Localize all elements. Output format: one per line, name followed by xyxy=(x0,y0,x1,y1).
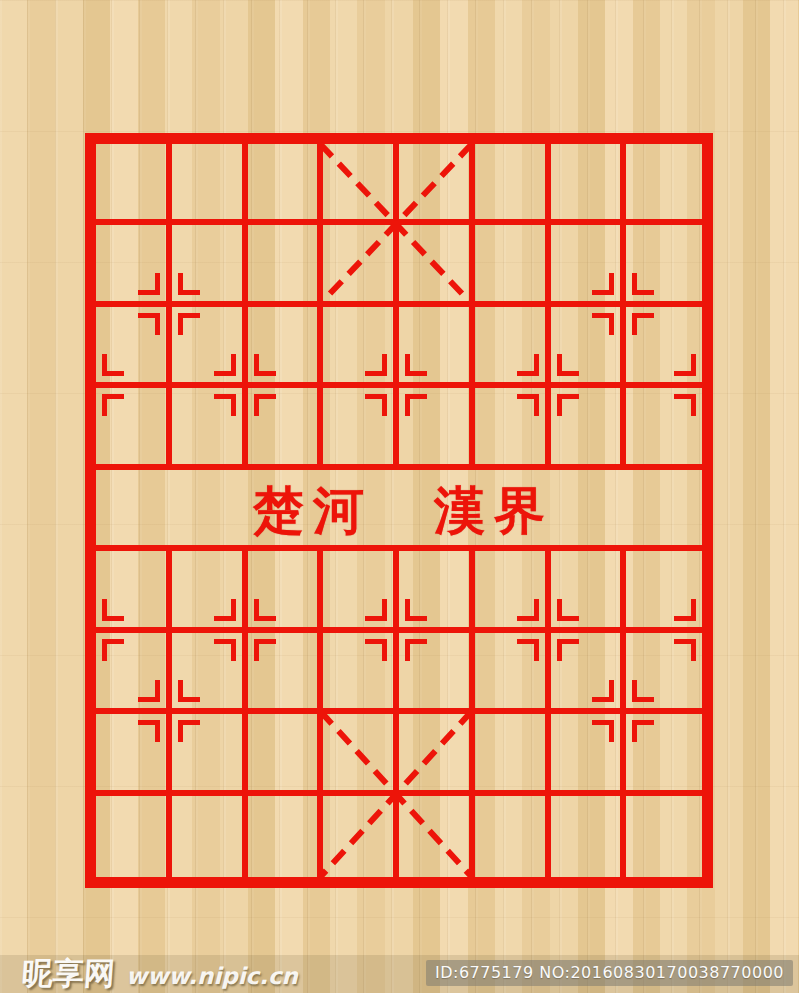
board-cell xyxy=(172,307,248,388)
board-cell xyxy=(323,144,399,225)
board-cell xyxy=(172,714,248,795)
board-cell xyxy=(551,633,627,714)
board-cell xyxy=(172,551,248,632)
board-cell xyxy=(399,144,475,225)
marker-bracket xyxy=(178,680,200,702)
marker-bracket xyxy=(517,354,539,376)
marker-bracket xyxy=(632,680,654,702)
marker-bracket xyxy=(138,680,160,702)
board-cell xyxy=(248,225,324,306)
marker-bracket xyxy=(632,313,654,335)
board-cell xyxy=(323,714,399,795)
marker-bracket xyxy=(557,599,579,621)
image-id-badge: ID:6775179 NO:20160830170038770000 xyxy=(426,960,793,986)
marker-bracket xyxy=(592,680,614,702)
board-cell xyxy=(248,714,324,795)
board-cell xyxy=(475,796,551,877)
marker-bracket xyxy=(102,354,124,376)
marker-bracket xyxy=(365,639,387,661)
marker-bracket xyxy=(178,273,200,295)
board-cell xyxy=(475,225,551,306)
board-cell xyxy=(399,714,475,795)
marker-bracket xyxy=(674,394,696,416)
board-cell xyxy=(551,796,627,877)
xiangqi-board: 楚河 漢界 xyxy=(85,133,713,888)
board-cell xyxy=(172,388,248,469)
marker-bracket xyxy=(178,720,200,742)
marker-bracket xyxy=(138,313,160,335)
board-cell xyxy=(172,796,248,877)
board-cell xyxy=(475,714,551,795)
board-cell xyxy=(323,388,399,469)
site-name: 昵享网 xyxy=(21,958,116,989)
marker-bracket xyxy=(102,639,124,661)
marker-bracket xyxy=(254,394,276,416)
marker-bracket xyxy=(405,639,427,661)
board-cell xyxy=(96,714,172,795)
marker-bracket xyxy=(674,639,696,661)
board-cell xyxy=(626,796,702,877)
board-cell xyxy=(248,388,324,469)
board-cell xyxy=(323,633,399,714)
board-cell xyxy=(323,551,399,632)
board-cell xyxy=(248,633,324,714)
board-cell xyxy=(96,225,172,306)
marker-bracket xyxy=(214,599,236,621)
marker-bracket xyxy=(557,394,579,416)
marker-bracket xyxy=(405,599,427,621)
board-cell xyxy=(399,633,475,714)
marker-bracket xyxy=(592,273,614,295)
board-cell xyxy=(96,796,172,877)
board-cell xyxy=(475,388,551,469)
board-cell xyxy=(399,796,475,877)
river-label-hanjie: 漢界 xyxy=(434,485,554,536)
river-band: 楚河 漢界 xyxy=(96,470,702,551)
marker-bracket xyxy=(138,720,160,742)
marker-bracket xyxy=(557,354,579,376)
board-cell xyxy=(323,307,399,388)
marker-bracket xyxy=(405,394,427,416)
marker-bracket xyxy=(254,354,276,376)
marker-bracket xyxy=(365,599,387,621)
marker-bracket xyxy=(254,599,276,621)
marker-bracket xyxy=(674,599,696,621)
marker-bracket xyxy=(632,720,654,742)
board-cell xyxy=(475,551,551,632)
river-label-chuhe: 楚河 xyxy=(253,485,373,536)
marker-bracket xyxy=(674,354,696,376)
marker-bracket xyxy=(632,273,654,295)
board-cell xyxy=(626,714,702,795)
marker-bracket xyxy=(214,639,236,661)
marker-bracket xyxy=(214,394,236,416)
marker-bracket xyxy=(102,394,124,416)
board-cell xyxy=(96,388,172,469)
board-cell xyxy=(248,144,324,225)
board-cell xyxy=(248,796,324,877)
board-cell xyxy=(626,388,702,469)
marker-bracket xyxy=(517,599,539,621)
board-cell xyxy=(475,307,551,388)
board-cell xyxy=(626,144,702,225)
marker-bracket xyxy=(102,599,124,621)
board-cell xyxy=(399,388,475,469)
marker-bracket xyxy=(365,354,387,376)
site-url: www.nipic.cn xyxy=(126,965,298,988)
board-cell xyxy=(96,633,172,714)
marker-bracket xyxy=(557,639,579,661)
marker-bracket xyxy=(405,354,427,376)
marker-bracket xyxy=(592,720,614,742)
wood-background: 楚河 漢界 昵享网 www.nipic.cn ID:6775179 NO:201… xyxy=(0,0,799,993)
marker-bracket xyxy=(214,354,236,376)
board-cell xyxy=(475,144,551,225)
board-cell xyxy=(551,714,627,795)
marker-bracket xyxy=(517,394,539,416)
board-cell xyxy=(399,225,475,306)
board-cell xyxy=(551,144,627,225)
marker-bracket xyxy=(365,394,387,416)
board-cell xyxy=(551,388,627,469)
board-cell xyxy=(96,144,172,225)
board-cell xyxy=(475,633,551,714)
board-cell xyxy=(323,225,399,306)
marker-bracket xyxy=(517,639,539,661)
marker-bracket xyxy=(178,313,200,335)
marker-bracket xyxy=(138,273,160,295)
board-cell xyxy=(172,144,248,225)
board-cell xyxy=(323,796,399,877)
marker-bracket xyxy=(592,313,614,335)
board-cell xyxy=(551,225,627,306)
site-logo: 昵享网 www.nipic.cn xyxy=(22,958,298,989)
marker-bracket xyxy=(254,639,276,661)
